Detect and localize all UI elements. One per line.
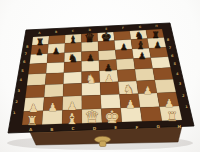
- square-c3[interactable]: [63, 83, 82, 96]
- square-f5[interactable]: [116, 59, 135, 70]
- piece-white-bishop-c1[interactable]: ♝: [66, 111, 79, 127]
- piece-black-pawn-h7[interactable]: ♟: [154, 40, 162, 50]
- piece-black-bishop-c8[interactable]: ♝: [69, 34, 78, 45]
- piece-white-king-e1[interactable]: ♚: [104, 107, 120, 127]
- file-label-bottom-H: H: [178, 124, 182, 129]
- square-b5[interactable]: [46, 62, 64, 73]
- piece-black-pawn-g6[interactable]: ♟: [138, 51, 146, 61]
- piece-black-rook-h8[interactable]: ♜: [152, 30, 160, 40]
- file-label-bottom-B: B: [50, 127, 53, 132]
- square-b3[interactable]: [44, 84, 63, 97]
- piece-white-pawn-e4[interactable]: ♟: [105, 73, 114, 84]
- piece-white-pawn-g3[interactable]: ♟: [143, 84, 152, 96]
- square-c4[interactable]: [63, 72, 81, 84]
- file-label-bottom-C: C: [72, 126, 75, 131]
- piece-white-pawn-b2[interactable]: ♟: [48, 101, 58, 114]
- square-a5[interactable]: [28, 63, 47, 74]
- piece-black-pawn-d6[interactable]: ♟: [86, 53, 94, 63]
- piece-white-queen-d1[interactable]: ♛: [84, 107, 99, 127]
- piece-black-king-e8[interactable]: ♚: [101, 30, 112, 44]
- piece-black-knight-c6[interactable]: ♞: [68, 52, 78, 65]
- square-f8[interactable]: [114, 31, 131, 40]
- square-b8[interactable]: [48, 35, 65, 44]
- chessboard-photo: AABBCCDDEEFFGGHH1122334455667788♜♝♛♚♞♜♟♟…: [0, 0, 200, 152]
- piece-black-pawn-f7[interactable]: ♟: [120, 42, 128, 52]
- square-a3[interactable]: [25, 85, 45, 98]
- square-h4[interactable]: [153, 68, 173, 81]
- piece-black-pawn-a7[interactable]: ♟: [35, 47, 43, 57]
- chess-board[interactable]: AABBCCDDEEFFGGHH1122334455667788♜♝♛♚♞♜♟♟…: [0, 0, 200, 152]
- square-g4[interactable]: [135, 68, 155, 80]
- square-h5[interactable]: [151, 57, 171, 69]
- square-f4[interactable]: [117, 69, 136, 81]
- square-e6[interactable]: [98, 50, 116, 60]
- square-a4[interactable]: [27, 73, 46, 85]
- file-label-bottom-G: G: [156, 124, 160, 129]
- square-b4[interactable]: [45, 73, 64, 85]
- piece-white-rook-a1[interactable]: ♜: [26, 113, 37, 128]
- piece-white-pawn-f2[interactable]: ♟: [125, 98, 135, 111]
- file-label-bottom-F: F: [135, 125, 138, 130]
- square-h3[interactable]: [155, 79, 176, 93]
- square-g1[interactable]: [140, 107, 162, 121]
- piece-white-knight-f3[interactable]: ♞: [123, 82, 134, 97]
- clasp-latch: [100, 141, 107, 147]
- piece-black-pawn-b7[interactable]: ♟: [52, 46, 60, 56]
- piece-black-pawn-e5[interactable]: ♟: [104, 62, 113, 73]
- file-label-top-F: F: [122, 26, 124, 30]
- piece-white-knight-d4[interactable]: ♞: [86, 72, 97, 86]
- piece-black-queen-d8[interactable]: ♛: [84, 31, 95, 45]
- piece-white-rook-h1[interactable]: ♜: [166, 109, 177, 124]
